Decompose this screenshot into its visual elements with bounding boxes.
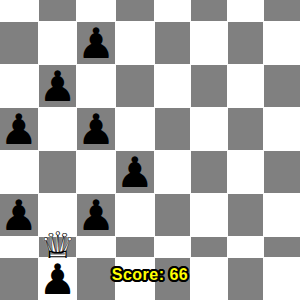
square-f1[interactable]	[191, 258, 227, 300]
square-g1[interactable]	[228, 258, 264, 300]
square-h6[interactable]	[264, 65, 300, 107]
square-e7[interactable]	[155, 22, 191, 64]
black-pawn[interactable]: ♟	[77, 109, 115, 151]
square-f5[interactable]	[191, 108, 227, 150]
square-e6[interactable]	[155, 65, 191, 107]
square-a4[interactable]	[0, 151, 38, 193]
square-b6[interactable]: ♟	[39, 65, 77, 107]
square-g7[interactable]	[228, 22, 264, 64]
square-a1[interactable]	[0, 258, 38, 300]
square-e5[interactable]	[155, 108, 191, 150]
square-g4[interactable]	[228, 151, 264, 193]
square-g8[interactable]	[228, 0, 264, 21]
square-d3[interactable]	[116, 194, 154, 236]
square-h8[interactable]	[264, 0, 300, 21]
square-d6[interactable]	[116, 65, 154, 107]
square-d8[interactable]	[116, 0, 154, 21]
square-h2[interactable]	[264, 237, 300, 258]
square-d7[interactable]	[116, 22, 154, 64]
square-h5[interactable]	[264, 108, 300, 150]
square-h4[interactable]	[264, 151, 300, 193]
square-g6[interactable]	[228, 65, 264, 107]
square-e8[interactable]	[155, 0, 191, 21]
square-d5[interactable]	[116, 108, 154, 150]
square-a3[interactable]: ♟	[0, 194, 38, 236]
score-label: Score: 66	[112, 266, 189, 284]
square-b5[interactable]	[39, 108, 77, 150]
square-c2[interactable]	[77, 237, 115, 258]
black-pawn[interactable]: ♟	[39, 66, 77, 108]
black-pawn[interactable]: ♟	[0, 109, 38, 151]
black-pawn[interactable]: ♟	[77, 195, 115, 237]
square-d2[interactable]	[116, 237, 154, 258]
square-g2[interactable]	[228, 237, 264, 258]
game-stage: ♟♟♟♟♟♟♟♛♕♟ Score: 66	[0, 0, 300, 300]
square-a5[interactable]: ♟	[0, 108, 38, 150]
square-f7[interactable]	[191, 22, 227, 64]
square-f4[interactable]	[191, 151, 227, 193]
square-c8[interactable]	[77, 0, 115, 21]
square-h1[interactable]	[264, 258, 300, 300]
square-c3[interactable]: ♟	[77, 194, 115, 236]
square-e2[interactable]	[155, 237, 191, 258]
square-f8[interactable]	[191, 0, 227, 21]
square-c6[interactable]	[77, 65, 115, 107]
square-a7[interactable]	[0, 22, 38, 64]
square-h3[interactable]	[264, 194, 300, 236]
black-pawn[interactable]: ♟	[0, 195, 38, 237]
square-b2[interactable]: ♛♕	[39, 237, 77, 258]
square-d4[interactable]: ♟	[116, 151, 154, 193]
square-b1[interactable]: ♟	[39, 258, 77, 300]
square-c5[interactable]: ♟	[77, 108, 115, 150]
square-c4[interactable]	[77, 151, 115, 193]
square-g3[interactable]	[228, 194, 264, 236]
square-a6[interactable]	[0, 65, 38, 107]
black-pawn[interactable]: ♟	[39, 259, 77, 300]
square-e4[interactable]	[155, 151, 191, 193]
white-queen[interactable]: ♛♕	[39, 237, 77, 258]
square-h7[interactable]	[264, 22, 300, 64]
square-b8[interactable]	[39, 0, 77, 21]
square-f3[interactable]	[191, 194, 227, 236]
square-e3[interactable]	[155, 194, 191, 236]
square-f2[interactable]	[191, 237, 227, 258]
square-a8[interactable]	[0, 0, 38, 21]
square-c1[interactable]	[77, 258, 115, 300]
square-b7[interactable]	[39, 22, 77, 64]
board: ♟♟♟♟♟♟♟♛♕♟	[0, 0, 300, 300]
square-f6[interactable]	[191, 65, 227, 107]
square-g5[interactable]	[228, 108, 264, 150]
square-b4[interactable]	[39, 151, 77, 193]
square-c7[interactable]: ♟	[77, 22, 115, 64]
square-a2[interactable]	[0, 237, 38, 258]
black-pawn[interactable]: ♟	[77, 23, 115, 65]
black-pawn[interactable]: ♟	[116, 152, 154, 194]
